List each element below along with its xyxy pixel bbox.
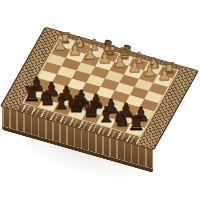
piece-white-pawn[interactable]: ♟ <box>98 51 112 66</box>
piece-white-pawn[interactable]: ♟ <box>143 63 157 78</box>
product-photo-chess-set: ♜♞♝♛♚♝♞♜♟♟♟♟♟♟♟♟♟♟♟♟♟♟♟♟♜♞♝♛♚♝♞♜ <box>0 0 200 200</box>
piece-white-pawn[interactable]: ♟ <box>53 38 67 53</box>
piece-white-pawn[interactable]: ♟ <box>83 46 97 61</box>
piece-white-pawn[interactable]: ♟ <box>128 59 142 74</box>
piece-white-pawn[interactable]: ♟ <box>158 68 172 83</box>
piece-black-rook[interactable]: ♜ <box>127 113 145 133</box>
piece-white-pawn[interactable]: ♟ <box>113 55 127 70</box>
piece-white-pawn[interactable]: ♟ <box>68 42 82 57</box>
